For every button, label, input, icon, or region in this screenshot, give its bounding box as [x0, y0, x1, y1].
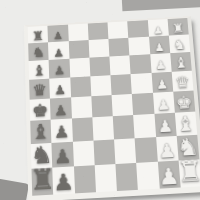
square-d6[interactable]: [70, 76, 91, 97]
square-a6[interactable]: [68, 24, 89, 42]
piece-black-knight[interactable]: ♞: [32, 46, 45, 60]
square-f3[interactable]: [133, 114, 155, 138]
piece-white-king[interactable]: ♚: [175, 93, 193, 111]
piece-white-pawn[interactable]: ♟: [153, 25, 163, 35]
square-a1[interactable]: ♜: [167, 18, 188, 36]
square-d4[interactable]: [110, 74, 132, 95]
square-g4[interactable]: [114, 138, 136, 164]
square-d1[interactable]: ♛: [171, 71, 193, 92]
square-c7[interactable]: ♟: [49, 59, 70, 79]
square-f7[interactable]: ♟: [51, 118, 73, 142]
square-d2[interactable]: ♟: [151, 72, 173, 93]
square-a4[interactable]: [108, 21, 129, 39]
piece-white-queen[interactable]: ♛: [175, 74, 191, 90]
square-h4[interactable]: [115, 163, 138, 191]
piece-black-pawn[interactable]: ♟: [54, 104, 68, 119]
square-f4[interactable]: [113, 115, 135, 139]
background-shade-bottom-left: [0, 178, 29, 200]
square-g5[interactable]: [93, 139, 115, 165]
piece-white-rook[interactable]: ♜: [172, 22, 185, 35]
square-b7[interactable]: ♟: [48, 41, 69, 60]
square-g3[interactable]: [135, 137, 158, 163]
square-c3[interactable]: [130, 54, 152, 74]
square-b5[interactable]: [88, 39, 109, 58]
piece-black-rook[interactable]: ♜: [32, 29, 44, 42]
square-c6[interactable]: [69, 58, 90, 78]
square-b3[interactable]: [128, 37, 149, 56]
board-perspective-wrapper: ♜♟♟♜♞♟♟♞♝♟♟♝♛♟♟♛♚♟♟♚♝♟♟♝♞♟♟♞♜♟♟♜: [18, 0, 200, 200]
piece-white-pawn[interactable]: ♟: [154, 42, 165, 53]
square-h8[interactable]: ♜: [32, 168, 54, 196]
square-b2[interactable]: ♟: [149, 36, 170, 55]
square-c1[interactable]: ♝: [170, 52, 192, 72]
piece-black-pawn[interactable]: ♟: [54, 125, 70, 142]
square-e3[interactable]: [132, 93, 154, 115]
square-e4[interactable]: [112, 94, 134, 116]
square-c5[interactable]: [89, 57, 110, 77]
piece-black-king[interactable]: ♚: [32, 101, 49, 119]
square-f5[interactable]: [92, 116, 114, 140]
square-h3[interactable]: [136, 162, 159, 190]
square-h7[interactable]: ♟: [52, 166, 74, 194]
square-a7[interactable]: ♟: [48, 25, 69, 43]
square-c2[interactable]: ♟: [150, 53, 172, 73]
piece-white-pawn[interactable]: ♟: [156, 79, 169, 92]
square-b6[interactable]: [68, 40, 89, 59]
square-e7[interactable]: ♟: [50, 97, 71, 119]
square-b1[interactable]: ♞: [169, 34, 191, 53]
piece-black-pawn[interactable]: ♟: [53, 170, 74, 194]
square-e5[interactable]: [91, 95, 113, 117]
chessboard-photo: ♜♟♟♜♞♟♟♞♝♟♟♝♛♟♟♛♚♟♟♚♝♟♟♝♞♟♟♞♜♟♟♜: [0, 0, 200, 200]
square-g6[interactable]: [72, 141, 94, 167]
piece-white-pawn[interactable]: ♟: [157, 98, 171, 113]
square-h5[interactable]: [94, 164, 116, 192]
square-b4[interactable]: [108, 38, 129, 57]
square-f6[interactable]: [71, 117, 93, 141]
square-a3[interactable]: [127, 20, 148, 38]
piece-white-bishop[interactable]: ♝: [174, 56, 189, 71]
piece-black-pawn[interactable]: ♟: [53, 147, 71, 167]
piece-black-pawn[interactable]: ♟: [53, 31, 63, 41]
piece-white-pawn[interactable]: ♟: [157, 119, 174, 136]
square-c8[interactable]: ♝: [29, 60, 50, 80]
piece-black-pawn[interactable]: ♟: [54, 65, 65, 77]
piece-black-pawn[interactable]: ♟: [54, 84, 66, 97]
square-e2[interactable]: ♟: [153, 92, 175, 114]
square-h6[interactable]: [73, 165, 95, 193]
square-e6[interactable]: [71, 96, 93, 118]
square-b8[interactable]: ♞: [28, 42, 49, 61]
square-d5[interactable]: [90, 75, 111, 96]
square-a5[interactable]: [88, 22, 109, 40]
square-g7[interactable]: ♟: [52, 142, 74, 168]
square-e8[interactable]: ♚: [30, 99, 51, 121]
piece-black-bishop[interactable]: ♝: [31, 122, 51, 144]
piece-black-pawn[interactable]: ♟: [53, 48, 64, 59]
piece-white-pawn[interactable]: ♟: [155, 60, 167, 72]
square-d3[interactable]: [131, 73, 153, 94]
piece-white-knight[interactable]: ♞: [173, 38, 187, 52]
chess-board: ♜♟♟♜♞♟♟♞♝♟♟♝♛♟♟♛♚♟♟♚♝♟♟♝♞♟♟♞♜♟♟♜: [24, 16, 200, 200]
square-f2[interactable]: ♟: [154, 113, 176, 137]
piece-black-queen[interactable]: ♛: [32, 82, 47, 98]
square-c4[interactable]: [109, 55, 130, 75]
piece-black-bishop[interactable]: ♝: [32, 64, 46, 79]
piece-white-rook[interactable]: ♜: [176, 157, 200, 186]
square-h1[interactable]: ♜: [178, 159, 200, 187]
square-d7[interactable]: ♟: [49, 78, 70, 99]
square-a2[interactable]: ♟: [147, 19, 168, 37]
square-a8[interactable]: ♜: [28, 26, 49, 44]
square-e1[interactable]: ♚: [173, 91, 195, 113]
square-d8[interactable]: ♛: [29, 79, 50, 100]
piece-white-pawn[interactable]: ♟: [158, 141, 177, 161]
piece-white-bishop[interactable]: ♝: [176, 113, 197, 135]
